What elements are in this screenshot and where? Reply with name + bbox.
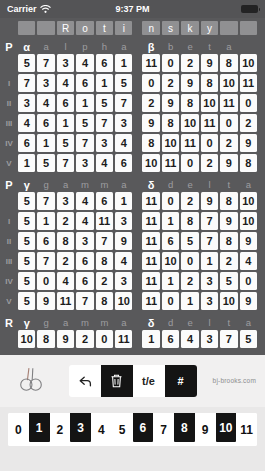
pc-cell: 5 bbox=[18, 232, 35, 250]
pc-cell: 10 bbox=[181, 114, 198, 132]
pc-cell: 1 bbox=[76, 94, 93, 112]
header-letter: a bbox=[240, 177, 257, 192]
pc-cell: 6 bbox=[57, 94, 74, 112]
header-letter: a bbox=[115, 39, 132, 54]
pc-cell: 10 bbox=[115, 292, 132, 310]
pc-cell: 7 bbox=[37, 252, 54, 270]
title-cell: n bbox=[142, 21, 159, 35]
pc-cell: 4 bbox=[18, 114, 35, 132]
pc-cell: 7 bbox=[37, 54, 54, 72]
pc-cell: 4 bbox=[96, 154, 113, 172]
pc-cell: 6 bbox=[76, 272, 93, 290]
tone-row: 57346111029810 bbox=[2, 54, 257, 72]
hexachord-gap bbox=[134, 330, 140, 348]
row-label: I bbox=[2, 74, 16, 92]
pitch-key-7[interactable]: 7 bbox=[153, 413, 174, 446]
pc-cell: 5 bbox=[18, 192, 35, 210]
pc-cell: 5 bbox=[115, 74, 132, 92]
title-cell: y bbox=[201, 21, 218, 35]
pc-cell: 6 bbox=[96, 54, 113, 72]
header-letter: t bbox=[201, 39, 218, 54]
pc-cell: 11 bbox=[142, 272, 159, 290]
pc-cell: 10 bbox=[142, 154, 159, 172]
pc-cell: 3 bbox=[201, 292, 218, 310]
title-cell bbox=[37, 21, 54, 35]
pc-cell: 9 bbox=[142, 114, 159, 132]
pc-cell: 2 bbox=[96, 272, 113, 290]
pc-cell: 9 bbox=[240, 232, 257, 250]
tone-row: I73461502981011 bbox=[2, 74, 257, 92]
header-letter: h bbox=[96, 39, 113, 54]
hexachord-gap bbox=[134, 39, 140, 54]
pitch-key-3[interactable]: 3 bbox=[70, 413, 91, 442]
pc-cell: 11 bbox=[240, 74, 257, 92]
pc-cell: 4 bbox=[115, 134, 132, 152]
pc-cell: 0 bbox=[181, 252, 198, 270]
header-letter: m bbox=[96, 315, 113, 330]
pitch-key-9[interactable]: 9 bbox=[195, 413, 216, 446]
row-label: V bbox=[2, 154, 16, 172]
pc-cell: 0 bbox=[240, 94, 257, 112]
pc-cell: 8 bbox=[201, 74, 218, 92]
hexachord-gap bbox=[134, 134, 140, 152]
header-letter: a bbox=[115, 177, 132, 192]
pitch-key-4[interactable]: 4 bbox=[91, 413, 112, 446]
pc-cell: 7 bbox=[201, 232, 218, 250]
pc-cell: 1 bbox=[201, 252, 218, 270]
pc-cell: 7 bbox=[220, 330, 237, 348]
website-label: bj-brooks.com bbox=[213, 377, 256, 384]
pc-cell: 4 bbox=[240, 252, 257, 270]
pc-cell: 8 bbox=[220, 232, 237, 250]
section-label: P bbox=[2, 177, 16, 192]
header-letter: d bbox=[162, 315, 179, 330]
pc-cell: 11 bbox=[142, 292, 159, 310]
pc-cell: 0 bbox=[162, 192, 179, 210]
pc-cell: 9 bbox=[162, 94, 179, 112]
pc-cell: 11 bbox=[142, 212, 159, 230]
pc-cell: 10 bbox=[220, 292, 237, 310]
pc-cell: 4 bbox=[76, 192, 93, 210]
array-section: Pγgammaδdelta57346111029810I512411311187… bbox=[2, 177, 257, 310]
greek-letter: β bbox=[142, 39, 159, 54]
header-letter: m bbox=[76, 315, 93, 330]
pc-cell: 11 bbox=[220, 94, 237, 112]
pc-cell: 9 bbox=[240, 134, 257, 152]
pc-cell: 2 bbox=[220, 134, 237, 152]
tone-row: 57346111029810 bbox=[2, 192, 257, 210]
pc-cell: 8 bbox=[37, 330, 54, 348]
header-letter: a bbox=[57, 315, 74, 330]
pc-cell: 5 bbox=[57, 134, 74, 152]
row-label bbox=[2, 192, 16, 210]
pc-cell: 0 bbox=[162, 54, 179, 72]
pc-cell: 1 bbox=[115, 192, 132, 210]
pc-cell: 3 bbox=[115, 114, 132, 132]
hexachord-gap bbox=[134, 154, 140, 172]
pc-cell: 7 bbox=[96, 232, 113, 250]
pc-cell: 6 bbox=[37, 114, 54, 132]
pc-cell: 0 bbox=[162, 292, 179, 310]
title-cell bbox=[18, 21, 35, 35]
row-label: II bbox=[2, 94, 16, 112]
trash-icon bbox=[109, 373, 124, 389]
pc-cell: 11 bbox=[115, 330, 132, 348]
pc-cell: 6 bbox=[162, 232, 179, 250]
undo-icon bbox=[77, 374, 93, 389]
hexachord-gap bbox=[134, 177, 140, 192]
header-letter: e bbox=[181, 39, 198, 54]
pitch-key-10[interactable]: 10 bbox=[216, 413, 237, 442]
pc-cell: 9 bbox=[181, 74, 198, 92]
greek-letter: γ bbox=[18, 315, 35, 330]
greek-letter: δ bbox=[142, 315, 159, 330]
pc-cell: 4 bbox=[57, 74, 74, 92]
pc-cell: 10 bbox=[220, 74, 237, 92]
hexachord-gap bbox=[134, 292, 140, 310]
pc-cell: 4 bbox=[76, 54, 93, 72]
row-label: II bbox=[2, 232, 16, 250]
header-letter bbox=[240, 39, 257, 54]
pitch-key-8[interactable]: 8 bbox=[174, 413, 195, 442]
pc-cell: 2 bbox=[142, 94, 159, 112]
pc-cell: 0 bbox=[181, 154, 198, 172]
row-label: I bbox=[2, 212, 16, 230]
toolbar-button-group: t/e # bbox=[69, 365, 197, 397]
section-header-row: Pγgammaδdelta bbox=[2, 177, 257, 192]
pc-cell: 1 bbox=[162, 212, 179, 230]
pc-cell: 3 bbox=[57, 192, 74, 210]
pc-cell: 3 bbox=[201, 330, 218, 348]
row-label bbox=[2, 330, 16, 348]
pc-cell: 2 bbox=[162, 74, 179, 92]
pc-cell: 8 bbox=[57, 232, 74, 250]
greek-letter: δ bbox=[142, 177, 159, 192]
pc-cell: 7 bbox=[201, 212, 218, 230]
header-letter: a bbox=[115, 315, 132, 330]
pc-cell: 7 bbox=[18, 74, 35, 92]
pc-cell: 4 bbox=[37, 94, 54, 112]
pc-cell: 10 bbox=[162, 252, 179, 270]
pc-cell: 7 bbox=[76, 134, 93, 152]
pc-cell: 0 bbox=[96, 330, 113, 348]
header-letter: a bbox=[220, 39, 237, 54]
pc-cell: 8 bbox=[220, 54, 237, 72]
pc-cell: 0 bbox=[201, 134, 218, 152]
header-letter: l bbox=[57, 39, 74, 54]
toolbar: t/e # bj-brooks.com bbox=[0, 355, 265, 407]
pc-cell: 1 bbox=[37, 212, 54, 230]
pc-cell: 2 bbox=[57, 252, 74, 270]
hexachord-gap bbox=[134, 272, 140, 290]
pc-cell: 7 bbox=[37, 192, 54, 210]
pc-cell: 6 bbox=[76, 74, 93, 92]
header-letter: m bbox=[96, 177, 113, 192]
hexachord-gap bbox=[134, 315, 140, 330]
header-letter: t bbox=[220, 177, 237, 192]
tone-row: II34615729810110 bbox=[2, 94, 257, 112]
pc-cell: 6 bbox=[37, 232, 54, 250]
title-cell: R bbox=[57, 21, 74, 35]
greek-letter: α bbox=[18, 39, 35, 54]
tone-row: II5683791165789 bbox=[2, 232, 257, 250]
pc-cell: 8 bbox=[162, 114, 179, 132]
pc-cell: 5 bbox=[76, 114, 93, 132]
pc-cell: 9 bbox=[57, 330, 74, 348]
section-label: P bbox=[2, 39, 16, 54]
pc-cell: 3 bbox=[18, 94, 35, 112]
header-letter: t bbox=[220, 315, 237, 330]
pc-cell: 4 bbox=[76, 212, 93, 230]
hexachord-gap bbox=[134, 21, 140, 35]
pc-cell: 9 bbox=[115, 232, 132, 250]
pc-cell: 8 bbox=[96, 252, 113, 270]
pc-cell: 11 bbox=[162, 154, 179, 172]
tone-row: V15734610110298 bbox=[2, 154, 257, 172]
greek-letter: γ bbox=[18, 177, 35, 192]
hexachord-gap bbox=[134, 74, 140, 92]
section-label: R bbox=[2, 315, 16, 330]
pc-cell: 11 bbox=[142, 54, 159, 72]
header-letter: l bbox=[201, 315, 218, 330]
undo-button[interactable] bbox=[69, 365, 101, 397]
title-cell: t bbox=[96, 21, 113, 35]
status-time: 9:37 PM bbox=[0, 4, 265, 14]
pc-cell: 8 bbox=[181, 94, 198, 112]
pc-cell: 10 bbox=[240, 212, 257, 230]
section-header-row: Rγgammaδdelta bbox=[2, 315, 257, 330]
pc-cell: 2 bbox=[57, 212, 74, 230]
pc-cell: 3 bbox=[96, 134, 113, 152]
pc-cell: 6 bbox=[18, 134, 35, 152]
hexachord-gap bbox=[134, 54, 140, 72]
pc-cell: 0 bbox=[220, 114, 237, 132]
section-header-row: Pαalphaβbeta bbox=[2, 39, 257, 54]
pitch-key-11[interactable]: 11 bbox=[236, 413, 257, 446]
header-letter: l bbox=[201, 177, 218, 192]
pc-cell: 0 bbox=[142, 74, 159, 92]
pitch-key-6[interactable]: 6 bbox=[133, 413, 154, 442]
header-letter: e bbox=[181, 177, 198, 192]
pc-cell: 5 bbox=[181, 232, 198, 250]
title-cell bbox=[220, 21, 237, 35]
pc-cell: 1 bbox=[142, 330, 159, 348]
pc-cell: 9 bbox=[240, 292, 257, 310]
pc-cell: 3 bbox=[37, 74, 54, 92]
pc-cell: 11 bbox=[201, 114, 218, 132]
pc-cell: 10 bbox=[201, 94, 218, 112]
array-board: Rotinsky Pαalphaβbeta57346111029810I7346… bbox=[0, 18, 265, 355]
tone-row: 10892011164375 bbox=[2, 330, 257, 348]
header-letter: g bbox=[37, 177, 54, 192]
delete-button[interactable] bbox=[101, 365, 133, 397]
pc-cell: 5 bbox=[18, 54, 35, 72]
row-label: III bbox=[2, 114, 16, 132]
pc-cell: 3 bbox=[76, 154, 93, 172]
pc-cell: 8 bbox=[220, 192, 237, 210]
pc-cell: 5 bbox=[18, 252, 35, 270]
pc-cell: 10 bbox=[240, 54, 257, 72]
pc-cell: 2 bbox=[220, 252, 237, 270]
pc-cell: 1 bbox=[37, 134, 54, 152]
pc-cell: 1 bbox=[162, 272, 179, 290]
tone-row: IV61573481011029 bbox=[2, 134, 257, 152]
row-label: IV bbox=[2, 134, 16, 152]
pc-cell: 6 bbox=[115, 154, 132, 172]
pc-cell: 5 bbox=[96, 94, 113, 112]
pc-cell: 1 bbox=[18, 154, 35, 172]
hexachord-gap bbox=[134, 114, 140, 132]
hexachord-gap bbox=[134, 212, 140, 230]
pc-cell: 7 bbox=[57, 154, 74, 172]
status-bar: Carrier 9:37 PM bbox=[0, 0, 265, 18]
pc-cell: 8 bbox=[142, 134, 159, 152]
header-letter: m bbox=[76, 177, 93, 192]
pc-cell: 0 bbox=[240, 272, 257, 290]
bb-logo bbox=[16, 366, 46, 392]
tone-row: V5911781011013109 bbox=[2, 292, 257, 310]
pc-cell: 8 bbox=[96, 292, 113, 310]
pc-cell: 11 bbox=[96, 212, 113, 230]
pc-cell: 1 bbox=[181, 292, 198, 310]
title-cell: k bbox=[181, 21, 198, 35]
pc-cell: 7 bbox=[76, 292, 93, 310]
pc-cell: 2 bbox=[201, 154, 218, 172]
pc-cell: 2 bbox=[181, 192, 198, 210]
header-letter: a bbox=[57, 177, 74, 192]
sharp-toggle-button[interactable]: # bbox=[165, 365, 197, 397]
hexachord-gap bbox=[134, 232, 140, 250]
header-letter: a bbox=[240, 315, 257, 330]
header-letter: g bbox=[37, 315, 54, 330]
pc-cell: 11 bbox=[181, 134, 198, 152]
pitch-keyboard: 01234567891011 bbox=[8, 413, 257, 446]
title-cell: s bbox=[162, 21, 179, 35]
pc-cell: 11 bbox=[142, 232, 159, 250]
header-letter: p bbox=[76, 39, 93, 54]
tone-row: IV5046231112350 bbox=[2, 272, 257, 290]
pitch-key-0[interactable]: 0 bbox=[8, 413, 29, 446]
row-label: V bbox=[2, 292, 16, 310]
pc-cell: 3 bbox=[115, 212, 132, 230]
pc-cell: 10 bbox=[18, 330, 35, 348]
hexachord-gap bbox=[134, 192, 140, 210]
pc-cell: 3 bbox=[201, 272, 218, 290]
pc-cell: 9 bbox=[201, 54, 218, 72]
pc-cell: 5 bbox=[18, 292, 35, 310]
pc-cell: 2 bbox=[181, 54, 198, 72]
pc-cell: 9 bbox=[201, 192, 218, 210]
pc-cell: 8 bbox=[240, 154, 257, 172]
pc-cell: 2 bbox=[181, 272, 198, 290]
pc-cell: 4 bbox=[181, 330, 198, 348]
pc-cell: 1 bbox=[57, 114, 74, 132]
pc-cell: 7 bbox=[115, 94, 132, 112]
tone-row: III57268411100124 bbox=[2, 252, 257, 270]
pc-cell: 8 bbox=[181, 212, 198, 230]
tone-row: III46157398101102 bbox=[2, 114, 257, 132]
pc-cell: 11 bbox=[142, 252, 159, 270]
pc-cell: 1 bbox=[115, 54, 132, 72]
pc-cell: 2 bbox=[240, 114, 257, 132]
pc-cell: 3 bbox=[57, 54, 74, 72]
array-section: Rγgammaδdelta10892011164375 bbox=[2, 315, 257, 348]
app-screen: Carrier 9:37 PM Rotinsky Pαalphaβbeta573… bbox=[0, 0, 265, 471]
header-letter: d bbox=[162, 177, 179, 192]
pc-cell: 1 bbox=[96, 74, 113, 92]
header-letter: e bbox=[181, 315, 198, 330]
hexachord-gap bbox=[134, 94, 140, 112]
array-section: Pαalphaβbeta57346111029810I7346150298101… bbox=[2, 39, 257, 172]
pc-cell: 9 bbox=[220, 154, 237, 172]
pitch-key-1[interactable]: 1 bbox=[29, 413, 50, 442]
pc-cell: 4 bbox=[57, 272, 74, 290]
pc-cell: 7 bbox=[96, 114, 113, 132]
pc-cell: 9 bbox=[220, 212, 237, 230]
pc-cell: 11 bbox=[142, 192, 159, 210]
pitch-key-5[interactable]: 5 bbox=[112, 413, 133, 446]
pc-cell: 2 bbox=[76, 330, 93, 348]
pc-cell: 10 bbox=[240, 192, 257, 210]
pc-cell: 6 bbox=[162, 330, 179, 348]
pc-cell: 0 bbox=[37, 272, 54, 290]
pc-cell: 3 bbox=[76, 232, 93, 250]
row-label: IV bbox=[2, 272, 16, 290]
pc-cell: 3 bbox=[115, 272, 132, 290]
pc-cell: 5 bbox=[37, 154, 54, 172]
row-label bbox=[2, 21, 16, 35]
tone-row: I512411311187910 bbox=[2, 212, 257, 230]
battery-icon bbox=[241, 5, 258, 13]
te-toggle-button[interactable]: t/e bbox=[133, 365, 165, 397]
row-label: III bbox=[2, 252, 16, 270]
pitch-key-2[interactable]: 2 bbox=[50, 413, 71, 446]
pc-cell: 4 bbox=[115, 252, 132, 270]
pc-cell: 6 bbox=[96, 192, 113, 210]
hexachord-gap bbox=[134, 252, 140, 270]
pc-cell: 5 bbox=[18, 212, 35, 230]
pc-cell: 11 bbox=[57, 292, 74, 310]
header-letter: a bbox=[37, 39, 54, 54]
title-cell bbox=[240, 21, 257, 35]
header-letter: b bbox=[162, 39, 179, 54]
title-cell: o bbox=[76, 21, 93, 35]
title-cell: i bbox=[115, 21, 132, 35]
pc-cell: 9 bbox=[37, 292, 54, 310]
pc-cell: 5 bbox=[220, 272, 237, 290]
pc-cell: 6 bbox=[76, 252, 93, 270]
row-label bbox=[2, 54, 16, 72]
pc-cell: 5 bbox=[240, 330, 257, 348]
app-title-row: Rotinsky bbox=[2, 21, 257, 35]
pc-cell: 10 bbox=[162, 134, 179, 152]
pc-cell: 5 bbox=[18, 272, 35, 290]
